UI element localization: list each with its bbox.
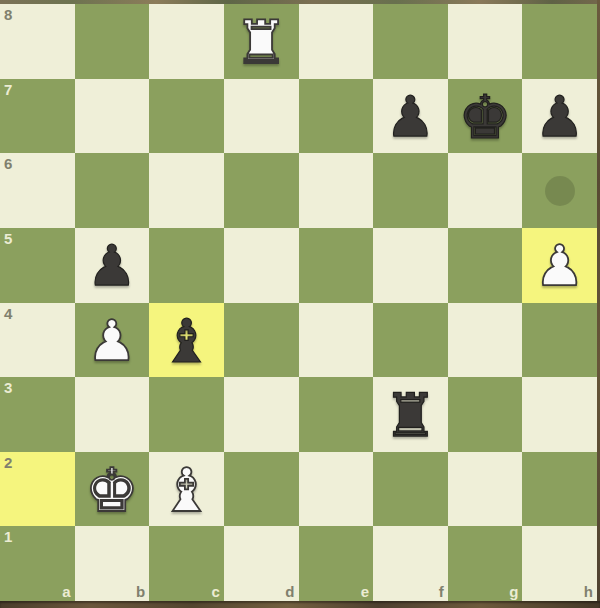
square-f2[interactable]: [373, 452, 448, 527]
square-h3[interactable]: [522, 377, 597, 452]
square-f3[interactable]: ♜: [373, 377, 448, 452]
move-hint-dot[interactable]: [545, 176, 575, 206]
square-e3[interactable]: [299, 377, 374, 452]
square-a4[interactable]: 4: [0, 303, 75, 378]
square-h4[interactable]: [522, 303, 597, 378]
square-c4[interactable]: ♝: [149, 303, 224, 378]
square-e1[interactable]: e: [299, 526, 374, 601]
square-d7[interactable]: [224, 79, 299, 154]
white-pawn-icon[interactable]: ♟: [535, 238, 585, 294]
file-label-h: h: [584, 584, 593, 599]
square-d3[interactable]: [224, 377, 299, 452]
square-c2[interactable]: ♝: [149, 452, 224, 527]
square-b5[interactable]: ♟: [75, 228, 150, 303]
chess-board[interactable]: 8♜7♟♚♟65♟♟4♟♝3♜2♚♝1abcdefgh: [0, 4, 597, 601]
file-label-b: b: [136, 584, 145, 599]
square-f1[interactable]: f: [373, 526, 448, 601]
square-d8[interactable]: ♜: [224, 4, 299, 79]
white-rook-icon[interactable]: ♜: [234, 12, 288, 72]
square-b4[interactable]: ♟: [75, 303, 150, 378]
square-f5[interactable]: [373, 228, 448, 303]
black-pawn-icon[interactable]: ♟: [535, 89, 585, 145]
square-d1[interactable]: d: [224, 526, 299, 601]
square-g2[interactable]: [448, 452, 523, 527]
square-b6[interactable]: [75, 153, 150, 228]
square-b1[interactable]: b: [75, 526, 150, 601]
square-a8[interactable]: 8: [0, 4, 75, 79]
black-rook-icon[interactable]: ♜: [384, 385, 438, 445]
square-h6[interactable]: [522, 153, 597, 228]
square-g7[interactable]: ♚: [448, 79, 523, 154]
square-c8[interactable]: [149, 4, 224, 79]
rank-label-7: 7: [4, 82, 12, 97]
square-f6[interactable]: [373, 153, 448, 228]
square-a7[interactable]: 7: [0, 79, 75, 154]
black-pawn-icon[interactable]: ♟: [385, 89, 435, 145]
square-b7[interactable]: [75, 79, 150, 154]
square-b3[interactable]: [75, 377, 150, 452]
white-king-icon[interactable]: ♚: [85, 460, 139, 520]
square-b8[interactable]: [75, 4, 150, 79]
square-h7[interactable]: ♟: [522, 79, 597, 154]
background-rope-strip-bottom: [0, 601, 600, 608]
square-c7[interactable]: [149, 79, 224, 154]
square-c1[interactable]: c: [149, 526, 224, 601]
file-label-c: c: [212, 584, 220, 599]
square-h8[interactable]: [522, 4, 597, 79]
file-label-f: f: [439, 584, 444, 599]
rank-label-1: 1: [4, 529, 12, 544]
square-h2[interactable]: [522, 452, 597, 527]
square-e8[interactable]: [299, 4, 374, 79]
square-h5[interactable]: ♟: [522, 228, 597, 303]
square-e2[interactable]: [299, 452, 374, 527]
square-h1[interactable]: h: [522, 526, 597, 601]
black-pawn-icon[interactable]: ♟: [87, 238, 137, 294]
square-f8[interactable]: [373, 4, 448, 79]
square-c5[interactable]: [149, 228, 224, 303]
square-g4[interactable]: [448, 303, 523, 378]
square-e6[interactable]: [299, 153, 374, 228]
square-d2[interactable]: [224, 452, 299, 527]
file-label-a: a: [62, 584, 70, 599]
square-e7[interactable]: [299, 79, 374, 154]
square-b2[interactable]: ♚: [75, 452, 150, 527]
black-king-icon[interactable]: ♚: [458, 87, 512, 147]
square-g3[interactable]: [448, 377, 523, 452]
square-c3[interactable]: [149, 377, 224, 452]
square-g6[interactable]: [448, 153, 523, 228]
square-g8[interactable]: [448, 4, 523, 79]
square-c6[interactable]: [149, 153, 224, 228]
square-a3[interactable]: 3: [0, 377, 75, 452]
rank-label-5: 5: [4, 231, 12, 246]
square-f7[interactable]: ♟: [373, 79, 448, 154]
rank-label-8: 8: [4, 7, 12, 22]
square-a2[interactable]: 2: [0, 452, 75, 527]
white-pawn-icon[interactable]: ♟: [87, 313, 137, 369]
square-g5[interactable]: [448, 228, 523, 303]
white-bishop-icon[interactable]: ♝: [160, 460, 214, 520]
square-d4[interactable]: [224, 303, 299, 378]
file-label-d: d: [285, 584, 294, 599]
rank-label-4: 4: [4, 306, 12, 321]
square-e5[interactable]: [299, 228, 374, 303]
rank-label-6: 6: [4, 156, 12, 171]
rank-label-3: 3: [4, 380, 12, 395]
file-label-e: e: [361, 584, 369, 599]
square-e4[interactable]: [299, 303, 374, 378]
square-d6[interactable]: [224, 153, 299, 228]
square-a1[interactable]: 1a: [0, 526, 75, 601]
square-a5[interactable]: 5: [0, 228, 75, 303]
rank-label-2: 2: [4, 455, 12, 470]
square-f4[interactable]: [373, 303, 448, 378]
square-g1[interactable]: g: [448, 526, 523, 601]
square-d5[interactable]: [224, 228, 299, 303]
square-a6[interactable]: 6: [0, 153, 75, 228]
file-label-g: g: [509, 584, 518, 599]
black-bishop-icon[interactable]: ♝: [160, 311, 214, 371]
